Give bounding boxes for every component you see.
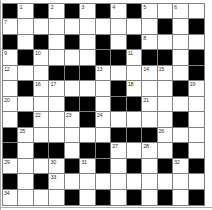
black-cell-r4c7 (96, 50, 111, 65)
white-cell-r9c12[interactable] (173, 128, 188, 143)
white-cell-r3c10[interactable]: 8 (142, 35, 157, 50)
black-cell-r8c12 (173, 112, 188, 127)
white-cell-r2c4[interactable] (49, 19, 64, 34)
white-cell-r8c9[interactable] (127, 112, 142, 127)
black-cell-r1c1 (3, 4, 18, 19)
black-cell-r1c3 (34, 4, 49, 19)
white-cell-r2c8[interactable] (111, 19, 126, 34)
black-cell-r1c5 (65, 4, 80, 19)
white-cell-r11c12[interactable]: 32 (173, 159, 188, 174)
white-cell-r13c12[interactable] (173, 190, 188, 205)
white-cell-r1c11[interactable] (158, 4, 173, 19)
white-cell-r2c2[interactable] (18, 19, 33, 34)
white-cell-r6c7[interactable] (96, 81, 111, 96)
white-cell-r7c10[interactable]: 21 (142, 97, 157, 112)
white-cell-r9c2[interactable]: 25 (18, 128, 33, 143)
white-cell-r5c11[interactable]: 15 (158, 66, 173, 81)
white-cell-r3c2[interactable] (18, 35, 33, 50)
clue-number-10: 10 (35, 50, 41, 56)
white-cell-r1c10[interactable]: 5 (142, 4, 157, 19)
white-cell-r9c3[interactable] (34, 128, 49, 143)
black-cell-r7c9 (127, 97, 142, 112)
white-cell-r4c9[interactable]: 11 (127, 50, 142, 65)
white-cell-r7c1[interactable]: 20 (3, 97, 18, 112)
black-cell-r3c7 (96, 35, 111, 50)
white-cell-r12c9[interactable] (127, 174, 142, 189)
white-cell-r12c13[interactable] (189, 174, 204, 189)
white-cell-r5c9[interactable] (127, 66, 142, 81)
white-cell-r6c9[interactable]: 18 (127, 81, 142, 96)
black-cell-r11c13 (189, 159, 204, 174)
clue-number-22: 22 (35, 112, 41, 118)
white-cell-r4c12[interactable] (173, 50, 188, 65)
white-cell-r10c5[interactable] (65, 143, 80, 158)
white-cell-r8c10[interactable] (142, 112, 157, 127)
black-cell-r13c9 (127, 190, 142, 205)
clue-number-17: 17 (50, 81, 56, 87)
white-cell-r1c4[interactable]: 2 (49, 4, 64, 19)
clue-number-23: 23 (66, 112, 72, 118)
white-cell-r10c2[interactable] (18, 143, 33, 158)
black-cell-r5c6 (80, 66, 95, 81)
white-cell-r7c13[interactable] (189, 97, 204, 112)
black-cell-r11c11 (158, 159, 173, 174)
white-cell-r10c13[interactable] (189, 143, 204, 158)
black-cell-r11c5 (65, 159, 80, 174)
clue-number-2: 2 (50, 4, 53, 10)
white-cell-r2c1[interactable]: 7 (3, 19, 18, 34)
white-cell-r13c1[interactable]: 34 (3, 190, 18, 205)
white-cell-r4c5[interactable] (65, 50, 80, 65)
white-cell-r3c8[interactable] (111, 35, 126, 50)
black-cell-r7c5 (65, 97, 80, 112)
clue-number-30: 30 (50, 159, 56, 165)
white-cell-r11c6[interactable]: 31 (80, 159, 95, 174)
black-cell-r11c9 (127, 159, 142, 174)
white-cell-r3c6[interactable] (80, 35, 95, 50)
white-cell-r8c5[interactable]: 23 (65, 112, 80, 127)
white-cell-r2c9[interactable] (127, 19, 142, 34)
white-cell-r7c11[interactable] (158, 97, 173, 112)
black-cell-r3c9 (127, 35, 142, 50)
clue-number-21: 21 (143, 97, 149, 103)
white-cell-r11c10[interactable] (142, 159, 157, 174)
clue-number-20: 20 (4, 97, 10, 103)
white-cell-r5c10[interactable]: 14 (142, 66, 157, 81)
white-cell-r9c4[interactable] (49, 128, 64, 143)
white-cell-r10c11[interactable] (158, 143, 173, 158)
white-cell-r10c10[interactable]: 28 (142, 143, 157, 158)
white-cell-r13c3[interactable] (34, 190, 49, 205)
white-cell-r12c11[interactable] (158, 174, 173, 189)
clue-number-6: 6 (174, 4, 177, 10)
white-cell-r4c3[interactable]: 10 (34, 50, 49, 65)
black-cell-r6c2 (18, 81, 33, 96)
clue-number-19: 19 (190, 81, 196, 87)
white-cell-r11c4[interactable]: 30 (49, 159, 64, 174)
white-cell-r11c2[interactable] (18, 159, 33, 174)
clue-number-31: 31 (81, 159, 87, 165)
white-cell-r7c2[interactable] (18, 97, 33, 112)
white-cell-r6c1[interactable] (3, 81, 18, 96)
black-cell-r5c4 (49, 66, 64, 81)
window-bottom-edge (0, 207, 212, 208)
clue-number-1: 1 (19, 4, 22, 10)
white-cell-r8c8[interactable] (111, 112, 126, 127)
black-cell-r2c13 (189, 19, 204, 34)
black-cell-r4c8 (111, 50, 126, 65)
white-cell-r6c4[interactable]: 17 (49, 81, 64, 96)
white-cell-r5c7[interactable]: 13 (96, 66, 111, 81)
clue-number-29: 29 (4, 159, 10, 165)
white-cell-r9c6[interactable] (80, 128, 95, 143)
black-cell-r10c4 (49, 143, 64, 158)
black-cell-r7c8 (111, 97, 126, 112)
white-cell-r11c3[interactable] (34, 159, 49, 174)
black-cell-r4c11 (158, 50, 173, 65)
black-cell-r9c10 (142, 128, 157, 143)
white-cell-r6c11[interactable] (158, 81, 173, 96)
white-cell-r8c11[interactable] (158, 112, 173, 127)
black-cell-r1c7 (96, 4, 111, 19)
white-cell-r9c5[interactable] (65, 128, 80, 143)
clue-number-34: 34 (4, 190, 10, 196)
white-cell-r8c3[interactable]: 22 (34, 112, 49, 127)
black-cell-r10c3 (34, 143, 49, 158)
clue-number-11: 11 (128, 50, 133, 56)
clue-number-25: 25 (19, 128, 25, 134)
clue-number-28: 28 (143, 143, 149, 149)
white-cell-r7c3[interactable] (34, 97, 49, 112)
white-cell-r2c6[interactable] (80, 19, 95, 34)
clue-number-24: 24 (97, 112, 103, 118)
black-cell-r4c10 (142, 50, 157, 65)
black-cell-r5c13 (189, 66, 204, 81)
clue-number-8: 8 (143, 35, 146, 41)
white-cell-r1c12[interactable]: 6 (173, 4, 188, 19)
white-cell-r3c13[interactable] (189, 35, 204, 50)
white-cell-r11c8[interactable] (111, 159, 126, 174)
white-cell-r6c6[interactable] (80, 81, 95, 96)
black-cell-r8c2 (18, 112, 33, 127)
white-cell-r1c13[interactable] (189, 4, 204, 19)
white-cell-r1c2[interactable]: 1 (18, 4, 33, 19)
black-cell-r9c8 (111, 128, 126, 143)
white-cell-r8c4[interactable] (49, 112, 64, 127)
white-cell-r12c12[interactable] (173, 174, 188, 189)
clue-number-3: 3 (81, 4, 84, 10)
white-cell-r2c5[interactable] (65, 19, 80, 34)
black-cell-r10c1 (3, 143, 18, 158)
white-cell-r2c10[interactable] (142, 19, 157, 34)
black-cell-r13c11 (158, 190, 173, 205)
white-cell-r5c3[interactable] (34, 66, 49, 81)
white-cell-r5c12[interactable] (173, 66, 188, 81)
clue-number-18: 18 (128, 81, 134, 87)
white-cell-r10c9[interactable] (127, 143, 142, 158)
black-cell-r5c5 (65, 66, 80, 81)
white-cell-r12c6[interactable] (80, 174, 95, 189)
white-cell-r9c13[interactable] (189, 128, 204, 143)
black-cell-r6c12 (173, 81, 188, 96)
black-cell-r9c1 (3, 128, 18, 143)
crossword-grid: 1234567891011121314151617181920212223242… (2, 3, 205, 206)
clue-number-15: 15 (159, 66, 165, 72)
white-cell-r9c11[interactable]: 26 (158, 128, 173, 143)
black-cell-r11c7 (96, 159, 111, 174)
white-cell-r12c4[interactable]: 33 (49, 174, 64, 189)
white-cell-r8c13[interactable] (189, 112, 204, 127)
white-cell-r1c8[interactable]: 4 (111, 4, 126, 19)
white-cell-r2c7[interactable] (96, 19, 111, 34)
white-cell-r12c8[interactable] (111, 174, 126, 189)
black-cell-r3c3 (34, 35, 49, 50)
clue-number-14: 14 (143, 66, 149, 72)
white-cell-r5c1[interactable]: 12 (3, 66, 18, 81)
black-cell-r10c7 (96, 143, 111, 158)
white-cell-r7c4[interactable] (49, 97, 64, 112)
clue-number-33: 33 (50, 174, 56, 180)
white-cell-r4c1[interactable]: 9 (3, 50, 18, 65)
white-cell-r10c8[interactable]: 27 (111, 143, 126, 158)
clue-number-9: 9 (4, 50, 7, 56)
black-cell-r3c5 (65, 35, 80, 50)
white-cell-r6c13[interactable]: 19 (189, 81, 204, 96)
clue-number-27: 27 (112, 143, 118, 149)
white-cell-r7c12[interactable] (173, 97, 188, 112)
black-cell-r12c3 (34, 174, 49, 189)
black-cell-r8c6 (80, 112, 95, 127)
white-cell-r9c7[interactable] (96, 128, 111, 143)
white-cell-r5c2[interactable] (18, 66, 33, 81)
clue-number-32: 32 (174, 159, 180, 165)
black-cell-r10c6 (80, 143, 95, 158)
white-cell-r7c7[interactable] (96, 97, 111, 112)
white-cell-r5c8[interactable] (111, 66, 126, 81)
clue-number-12: 12 (4, 66, 10, 72)
clue-number-4: 4 (112, 4, 115, 10)
white-cell-r4c4[interactable] (49, 50, 64, 65)
white-cell-r3c11[interactable] (158, 35, 173, 50)
white-cell-r3c4[interactable] (49, 35, 64, 50)
black-cell-r4c2 (18, 50, 33, 65)
white-cell-r2c12[interactable] (173, 19, 188, 34)
clue-number-7: 7 (4, 19, 7, 25)
white-cell-r13c6[interactable] (80, 190, 95, 205)
white-cell-r13c8[interactable] (111, 190, 126, 205)
white-cell-r6c5[interactable] (65, 81, 80, 96)
white-cell-r13c10[interactable] (142, 190, 157, 205)
white-cell-r12c7[interactable] (96, 174, 111, 189)
white-cell-r11c1[interactable]: 29 (3, 159, 18, 174)
white-cell-r12c2[interactable] (18, 174, 33, 189)
black-cell-r6c8 (111, 81, 126, 96)
white-cell-r13c4[interactable] (49, 190, 64, 205)
black-cell-r13c5 (65, 190, 80, 205)
clue-number-5: 5 (143, 4, 146, 10)
black-cell-r2c11 (158, 19, 173, 34)
white-cell-r8c1[interactable] (3, 112, 18, 127)
clue-number-26: 26 (159, 128, 165, 134)
white-cell-r4c6[interactable] (80, 50, 95, 65)
clue-number-16: 16 (35, 81, 41, 87)
white-cell-r6c3[interactable]: 16 (34, 81, 49, 96)
white-cell-r2c3[interactable] (34, 19, 49, 34)
window-left-edge (0, 0, 1, 210)
black-cell-r3c1 (3, 35, 18, 50)
black-cell-r13c7 (96, 190, 111, 205)
white-cell-r8c7[interactable]: 24 (96, 112, 111, 127)
clue-number-13: 13 (97, 66, 103, 72)
white-cell-r13c2[interactable] (18, 190, 33, 205)
black-cell-r1c9 (127, 4, 142, 19)
white-cell-r3c12[interactable] (173, 35, 188, 50)
black-cell-r10c12 (173, 143, 188, 158)
black-cell-r9c9 (127, 128, 142, 143)
black-cell-r7c6 (80, 97, 95, 112)
black-cell-r12c1 (3, 174, 18, 189)
white-cell-r12c5[interactable] (65, 174, 80, 189)
white-cell-r1c6[interactable]: 3 (80, 4, 95, 19)
white-cell-r12c10[interactable] (142, 174, 157, 189)
white-cell-r6c10[interactable] (142, 81, 157, 96)
black-cell-r13c13 (189, 190, 204, 205)
black-cell-r4c13 (189, 50, 204, 65)
